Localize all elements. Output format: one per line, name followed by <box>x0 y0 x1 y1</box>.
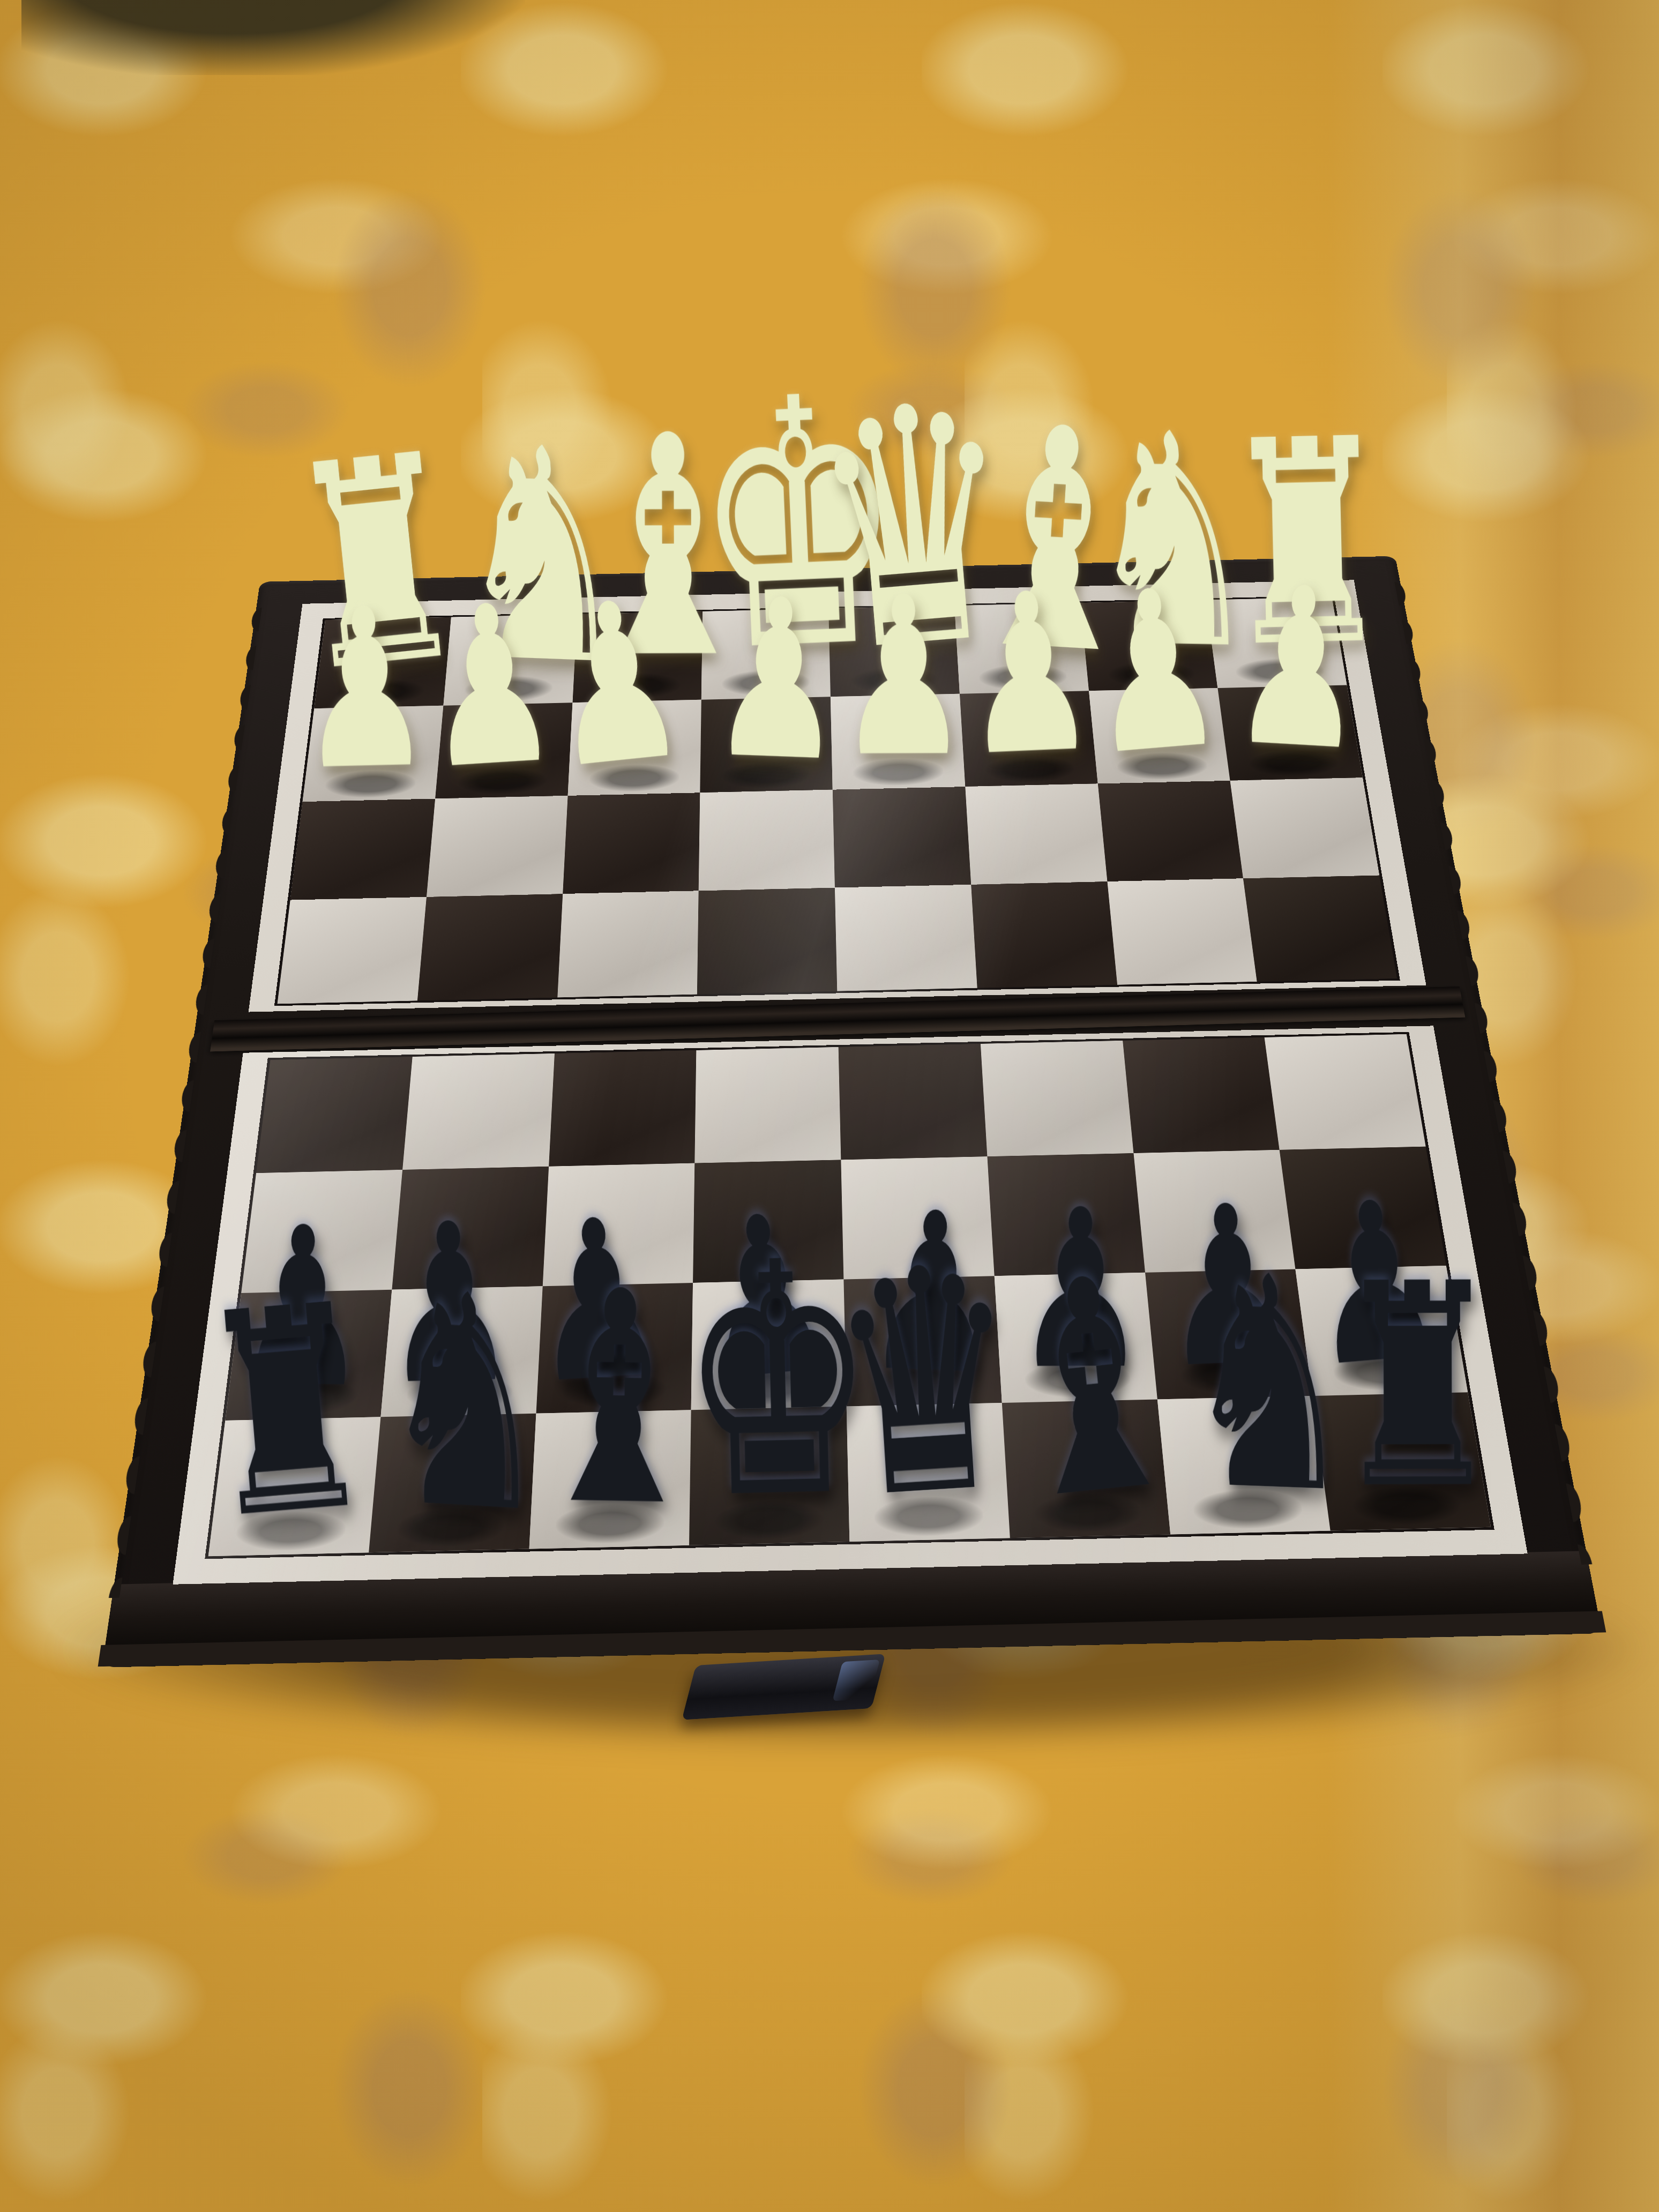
square-b4[interactable] <box>1107 878 1257 985</box>
square-h3[interactable] <box>290 799 435 900</box>
photo: ♜♞♝♚♛♝♞♜♟♟♟♟♟♟♟♟ ♟♟♟♟♟♟♟♟♜♞♝♚♛♝♞♜ <box>0 0 1659 2212</box>
scene: ♜♞♝♚♛♝♞♜♟♟♟♟♟♟♟♟ ♟♟♟♟♟♟♟♟♜♞♝♚♛♝♞♜ <box>0 0 1659 2212</box>
square-b5[interactable] <box>1123 1037 1280 1153</box>
square-f3[interactable] <box>563 793 700 894</box>
square-c2[interactable]: ♟ <box>960 691 1098 787</box>
square-a3[interactable] <box>1230 778 1379 878</box>
square-c5[interactable] <box>981 1041 1133 1156</box>
square-c3[interactable] <box>965 783 1107 884</box>
black-bishop-f8[interactable]: ♝ <box>527 1252 693 1547</box>
black-queen-d8[interactable]: ♛ <box>823 1226 1002 1543</box>
square-a5[interactable] <box>1265 1034 1426 1150</box>
square-e4[interactable] <box>697 888 837 995</box>
white-pawn-h2[interactable]: ♟ <box>296 579 434 801</box>
square-c4[interactable] <box>971 881 1117 988</box>
square-e5[interactable] <box>695 1047 841 1163</box>
white-pawn-d2[interactable]: ♟ <box>837 568 970 787</box>
square-g8[interactable]: ♞ <box>369 1414 536 1553</box>
square-b8[interactable]: ♞ <box>1157 1396 1331 1535</box>
square-d2[interactable]: ♟ <box>831 694 965 790</box>
squares-near: ♟♟♟♟♟♟♟♟♜♞♝♚♛♝♞♜ <box>205 1032 1494 1559</box>
white-pawn-e2[interactable]: ♟ <box>708 569 848 792</box>
square-a2[interactable]: ♟ <box>1218 685 1363 780</box>
square-g5[interactable] <box>402 1053 555 1170</box>
square-a8[interactable]: ♜ <box>1312 1392 1491 1530</box>
square-f5[interactable] <box>549 1050 697 1167</box>
white-pawn-b2[interactable]: ♟ <box>1080 558 1230 787</box>
square-e8[interactable]: ♚ <box>689 1407 849 1545</box>
scalloped-edge-bottom <box>94 1611 1611 1690</box>
board-half-far: ♜♞♝♚♛♝♞♜♟♟♟♟♟♟♟♟ <box>249 580 1426 1012</box>
square-b3[interactable] <box>1097 781 1243 881</box>
square-c8[interactable]: ♝ <box>1002 1399 1170 1538</box>
white-pawn-c2[interactable]: ♟ <box>958 563 1100 787</box>
chess-board: ♜♞♝♚♛♝♞♜♟♟♟♟♟♟♟♟ ♟♟♟♟♟♟♟♟♜♞♝♚♛♝♞♜ <box>102 556 1602 1668</box>
square-f8[interactable]: ♝ <box>529 1410 691 1549</box>
square-g2[interactable]: ♟ <box>435 703 572 798</box>
black-rook-a8[interactable]: ♜ <box>1333 1247 1493 1527</box>
black-king-e8[interactable]: ♚ <box>677 1220 845 1544</box>
square-f2[interactable]: ♟ <box>567 700 701 796</box>
square-a4[interactable] <box>1243 875 1397 981</box>
white-pawn-f2[interactable]: ♟ <box>539 569 693 800</box>
square-b2[interactable]: ♟ <box>1089 688 1230 784</box>
square-d5[interactable] <box>839 1044 988 1160</box>
square-e2[interactable]: ♟ <box>700 697 833 793</box>
square-d3[interactable] <box>833 787 971 887</box>
square-h2[interactable]: ♟ <box>303 706 444 802</box>
black-knight-g8[interactable]: ♞ <box>370 1252 547 1553</box>
white-pawn-a2[interactable]: ♟ <box>1228 556 1372 782</box>
black-rook-h8[interactable]: ♜ <box>190 1267 373 1559</box>
square-g4[interactable] <box>417 894 563 1000</box>
square-f4[interactable] <box>557 891 699 997</box>
squares-far: ♜♞♝♚♛♝♞♜♟♟♟♟♟♟♟♟ <box>274 595 1400 1006</box>
black-knight-b8[interactable]: ♞ <box>1176 1236 1347 1534</box>
board-half-near: ♟♟♟♟♟♟♟♟♜♞♝♚♛♝♞♜ <box>173 1026 1527 1584</box>
square-e3[interactable] <box>699 790 835 891</box>
square-d4[interactable] <box>835 885 977 991</box>
square-d8[interactable]: ♛ <box>847 1403 1010 1542</box>
black-bishop-c8[interactable]: ♝ <box>990 1235 1179 1542</box>
square-h5[interactable] <box>256 1057 412 1173</box>
square-h4[interactable] <box>278 897 427 1004</box>
square-h8[interactable]: ♜ <box>208 1417 380 1556</box>
square-g3[interactable] <box>427 796 567 897</box>
